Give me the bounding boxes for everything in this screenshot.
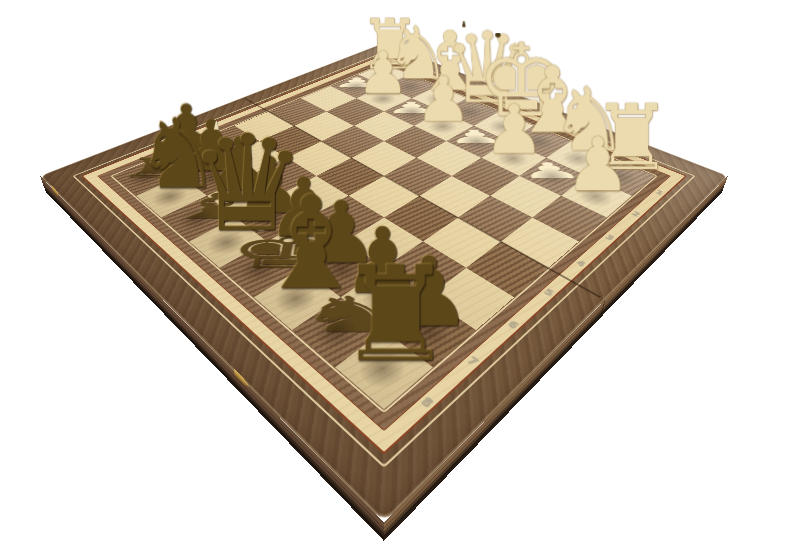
product-photo: ♜♞♝♛♚♝♞♜♟♟♟♟♟♟♟♟♟♟♟♟♟♟♟♟♜♞♝♛♚♝♞♜ 1 2 3 4… <box>0 0 799 558</box>
board-squares: ♜♞♝♛♚♝♞♜♟♟♟♟♟♟♟♟♟♟♟♟♟♟♟♟♜♞♝♛♚♝♞♜ <box>113 64 655 409</box>
chess-piece-wP[interactable]: ♟ <box>484 97 530 161</box>
chess-piece-wP[interactable]: ♟ <box>357 46 397 101</box>
chess-piece-bN[interactable]: ♞ <box>135 109 186 201</box>
chess-piece-bQ[interactable]: ♛ <box>188 121 244 247</box>
board-square[interactable] <box>452 158 520 196</box>
chess-piece-bR[interactable]: ♜ <box>337 251 407 376</box>
chess-piece-bB[interactable]: ♝ <box>254 182 316 304</box>
chessboard: ♜♞♝♛♚♝♞♜♟♟♟♟♟♟♟♟♟♟♟♟♟♟♟♟♜♞♝♛♚♝♞♜ 1 2 3 4… <box>40 43 728 523</box>
chess-piece-wP[interactable]: ♟ <box>565 130 616 200</box>
chess-piece-wP[interactable]: ♟ <box>416 70 459 129</box>
